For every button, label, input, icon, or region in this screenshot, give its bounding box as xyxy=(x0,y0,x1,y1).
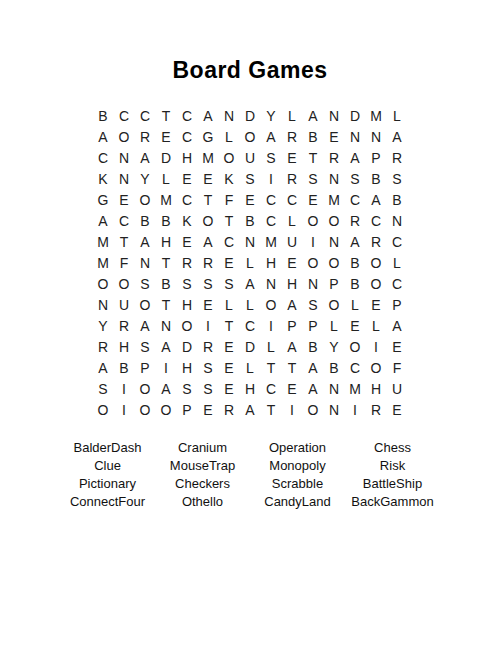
grid-cell[interactable]: H xyxy=(177,357,198,378)
grid-cell[interactable]: M xyxy=(93,252,114,273)
grid-cell[interactable]: B xyxy=(156,210,177,231)
word-item: Othello xyxy=(155,493,250,511)
grid-cell[interactable]: S xyxy=(240,168,261,189)
grid-cell[interactable]: A xyxy=(282,336,303,357)
grid-cell[interactable]: B xyxy=(135,210,156,231)
word-item: MouseTrap xyxy=(155,457,250,475)
grid-cell[interactable]: B xyxy=(345,252,366,273)
grid-cell[interactable]: C xyxy=(261,378,282,399)
grid-cell[interactable]: B xyxy=(324,357,345,378)
grid-cell[interactable]: B xyxy=(303,336,324,357)
grid-cell[interactable]: B xyxy=(156,273,177,294)
grid-cell[interactable]: S xyxy=(198,273,219,294)
grid-cell[interactable]: N xyxy=(219,105,240,126)
grid-cell[interactable]: K xyxy=(219,168,240,189)
grid-cell[interactable]: T xyxy=(198,189,219,210)
grid-cell[interactable]: A xyxy=(156,336,177,357)
grid-cell[interactable]: M xyxy=(261,231,282,252)
grid-cell[interactable]: P xyxy=(324,273,345,294)
grid-cell[interactable]: A xyxy=(303,105,324,126)
word-item: Cranium xyxy=(155,439,250,457)
grid-cell[interactable]: E xyxy=(114,189,135,210)
grid-cell[interactable]: B xyxy=(366,168,387,189)
grid-cell[interactable]: N xyxy=(93,294,114,315)
grid-cell[interactable]: E xyxy=(198,168,219,189)
grid-cell[interactable]: R xyxy=(114,315,135,336)
grid-cell[interactable]: D xyxy=(240,105,261,126)
grid-cell[interactable]: I xyxy=(114,378,135,399)
grid-cell[interactable]: H xyxy=(177,294,198,315)
grid-cell[interactable]: O xyxy=(324,252,345,273)
grid-cell[interactable]: A xyxy=(93,126,114,147)
grid-cell[interactable]: O xyxy=(114,126,135,147)
grid-cell[interactable]: A xyxy=(303,357,324,378)
grid-cell[interactable]: R xyxy=(345,210,366,231)
grid-cell[interactable]: F xyxy=(387,357,408,378)
grid-cell[interactable]: S xyxy=(387,168,408,189)
grid-cell[interactable]: C xyxy=(261,189,282,210)
grid-cell[interactable]: S xyxy=(198,378,219,399)
grid-cell[interactable]: A xyxy=(135,315,156,336)
grid-cell[interactable]: S xyxy=(303,168,324,189)
grid-cell[interactable]: L xyxy=(387,105,408,126)
grid-cell[interactable]: U xyxy=(282,231,303,252)
grid-cell[interactable]: I xyxy=(261,168,282,189)
grid-cell[interactable]: A xyxy=(261,126,282,147)
word-item: ConnectFour xyxy=(60,493,155,511)
grid-cell[interactable]: Y xyxy=(261,105,282,126)
grid-cell[interactable]: N xyxy=(114,168,135,189)
grid-cell[interactable]: O xyxy=(240,126,261,147)
grid-cell[interactable]: P xyxy=(366,147,387,168)
grid-cell[interactable]: R xyxy=(366,399,387,420)
grid-cell[interactable]: R xyxy=(387,147,408,168)
word-item: BackGammon xyxy=(345,493,440,511)
grid-cell[interactable]: C xyxy=(240,315,261,336)
grid-cell[interactable]: N xyxy=(345,126,366,147)
grid-cell[interactable]: E xyxy=(198,399,219,420)
grid-cell[interactable]: S xyxy=(177,273,198,294)
grid-cell[interactable]: I xyxy=(345,399,366,420)
grid-cell[interactable]: D xyxy=(345,105,366,126)
grid-cell[interactable]: D xyxy=(156,147,177,168)
word-item: Monopoly xyxy=(250,457,345,475)
grid-cell[interactable]: H xyxy=(366,378,387,399)
grid-cell[interactable]: O xyxy=(156,399,177,420)
grid-cell[interactable]: I xyxy=(261,315,282,336)
grid-cell[interactable]: M xyxy=(198,147,219,168)
grid-cell[interactable]: L xyxy=(261,336,282,357)
grid-cell[interactable]: R xyxy=(93,336,114,357)
grid-cell[interactable]: C xyxy=(177,189,198,210)
grid-cell[interactable]: I xyxy=(303,231,324,252)
grid-cell[interactable]: K xyxy=(93,168,114,189)
grid-cell[interactable]: E xyxy=(219,336,240,357)
grid-cell[interactable]: T xyxy=(282,357,303,378)
grid-cell[interactable]: S xyxy=(135,336,156,357)
grid-cell[interactable]: C xyxy=(366,210,387,231)
grid-cell[interactable]: C xyxy=(387,273,408,294)
grid-cell[interactable]: L xyxy=(387,252,408,273)
word-search-grid: BCCTCANDYLANDMLAORECGLOARBENNACNADHMOUSE… xyxy=(93,105,408,420)
puzzle-title: Board Games xyxy=(0,0,500,84)
word-item: Chess xyxy=(345,439,440,457)
grid-cell[interactable]: D xyxy=(240,336,261,357)
grid-cell[interactable]: S xyxy=(219,273,240,294)
grid-cell[interactable]: E xyxy=(177,231,198,252)
grid-cell[interactable]: F xyxy=(219,189,240,210)
grid-cell[interactable]: B xyxy=(345,273,366,294)
grid-cell[interactable]: O xyxy=(198,210,219,231)
word-item: Clue xyxy=(60,457,155,475)
grid-cell[interactable]: E xyxy=(240,189,261,210)
grid-cell[interactable]: C xyxy=(93,147,114,168)
word-item: Risk xyxy=(345,457,440,475)
grid-cell[interactable]: L xyxy=(324,315,345,336)
word-item: BalderDash xyxy=(60,439,155,457)
grid-cell[interactable]: O xyxy=(135,378,156,399)
grid-cell[interactable]: Y xyxy=(324,336,345,357)
grid-cell[interactable]: A xyxy=(303,378,324,399)
grid-cell[interactable]: O xyxy=(261,294,282,315)
grid-cell[interactable]: C xyxy=(114,210,135,231)
grid-cell[interactable]: C xyxy=(345,357,366,378)
grid-cell[interactable]: P xyxy=(387,294,408,315)
grid-cell[interactable]: E xyxy=(387,336,408,357)
grid-cell[interactable]: Y xyxy=(93,315,114,336)
grid-cell[interactable]: H xyxy=(282,273,303,294)
grid-cell[interactable]: N xyxy=(324,231,345,252)
grid-cell[interactable]: E xyxy=(282,147,303,168)
grid-cell[interactable]: N xyxy=(387,210,408,231)
grid-cell[interactable]: L xyxy=(282,210,303,231)
word-item: Operation xyxy=(250,439,345,457)
word-item: Scrabble xyxy=(250,475,345,493)
grid-cell[interactable]: R xyxy=(282,168,303,189)
grid-cell[interactable]: L xyxy=(240,252,261,273)
word-list: BalderDashCraniumOperationChessClueMouse… xyxy=(60,439,440,511)
grid-cell[interactable]: N xyxy=(303,273,324,294)
grid-cell[interactable]: D xyxy=(177,336,198,357)
grid-cell[interactable]: A xyxy=(93,210,114,231)
grid-cell[interactable]: O xyxy=(114,273,135,294)
grid-cell[interactable]: O xyxy=(177,315,198,336)
grid-cell[interactable]: R xyxy=(198,252,219,273)
grid-cell[interactable]: I xyxy=(114,399,135,420)
grid-cell[interactable]: B xyxy=(93,105,114,126)
grid-cell[interactable]: C xyxy=(114,105,135,126)
grid-cell[interactable]: E xyxy=(387,399,408,420)
grid-cell[interactable]: T xyxy=(156,294,177,315)
grid-cell[interactable]: A xyxy=(240,273,261,294)
grid-cell[interactable]: A xyxy=(282,294,303,315)
grid-cell[interactable]: A xyxy=(240,399,261,420)
grid-cell[interactable]: L xyxy=(282,105,303,126)
grid-cell[interactable]: L xyxy=(156,168,177,189)
grid-cell[interactable]: B xyxy=(114,357,135,378)
grid-cell[interactable]: T xyxy=(219,315,240,336)
grid-cell[interactable]: I xyxy=(198,315,219,336)
grid-cell[interactable]: C xyxy=(387,231,408,252)
grid-cell[interactable]: O xyxy=(366,252,387,273)
grid-cell[interactable]: O xyxy=(366,273,387,294)
grid-cell[interactable]: C xyxy=(219,231,240,252)
grid-cell[interactable]: Y xyxy=(135,168,156,189)
grid-cell[interactable]: N xyxy=(114,147,135,168)
grid-cell[interactable]: N xyxy=(261,273,282,294)
grid-cell[interactable]: H xyxy=(261,252,282,273)
grid-cell[interactable]: T xyxy=(261,357,282,378)
grid-cell[interactable]: O xyxy=(93,399,114,420)
grid-cell[interactable]: B xyxy=(303,126,324,147)
grid-cell[interactable]: E xyxy=(282,252,303,273)
grid-cell[interactable]: E xyxy=(219,378,240,399)
grid-cell[interactable]: A xyxy=(366,189,387,210)
grid-cell[interactable]: L xyxy=(345,294,366,315)
grid-cell[interactable]: L xyxy=(219,294,240,315)
grid-cell[interactable]: R xyxy=(324,147,345,168)
puzzle-page: Board Games BCCTCANDYLANDMLAORECGLOARBEN… xyxy=(0,0,500,647)
grid-cell[interactable]: C xyxy=(177,105,198,126)
grid-cell[interactable]: A xyxy=(93,357,114,378)
grid-cell[interactable]: R xyxy=(198,336,219,357)
grid-cell[interactable]: U xyxy=(240,147,261,168)
grid-cell[interactable]: N xyxy=(324,378,345,399)
grid-cell[interactable]: A xyxy=(387,126,408,147)
grid-cell[interactable]: R xyxy=(135,126,156,147)
grid-cell[interactable]: K xyxy=(177,210,198,231)
grid-cell[interactable]: R xyxy=(366,231,387,252)
grid-cell[interactable]: L xyxy=(366,315,387,336)
grid-cell[interactable]: L xyxy=(240,357,261,378)
grid-cell[interactable]: I xyxy=(282,399,303,420)
grid-cell[interactable]: R xyxy=(282,126,303,147)
grid-cell[interactable]: R xyxy=(177,252,198,273)
grid-cell[interactable]: L xyxy=(240,294,261,315)
grid-cell[interactable]: O xyxy=(345,336,366,357)
grid-cell[interactable]: S xyxy=(303,294,324,315)
grid-cell[interactable]: E xyxy=(177,168,198,189)
grid-cell[interactable]: S xyxy=(135,273,156,294)
grid-cell[interactable]: O xyxy=(135,294,156,315)
grid-cell[interactable]: M xyxy=(324,189,345,210)
grid-cell[interactable]: C xyxy=(135,105,156,126)
grid-cell[interactable]: E xyxy=(303,189,324,210)
word-item: Pictionary xyxy=(60,475,155,493)
grid-cell[interactable]: S xyxy=(345,168,366,189)
grid-cell[interactable]: O xyxy=(303,210,324,231)
grid-cell[interactable]: N xyxy=(366,126,387,147)
grid-cell[interactable]: M xyxy=(366,105,387,126)
grid-cell[interactable]: A xyxy=(198,105,219,126)
grid-cell[interactable]: T xyxy=(156,252,177,273)
grid-cell[interactable]: N xyxy=(240,231,261,252)
grid-cell[interactable]: S xyxy=(93,378,114,399)
grid-cell[interactable]: N xyxy=(324,105,345,126)
grid-cell[interactable]: U xyxy=(387,378,408,399)
grid-cell[interactable]: C xyxy=(261,210,282,231)
grid-cell[interactable]: H xyxy=(177,147,198,168)
grid-cell[interactable]: I xyxy=(156,357,177,378)
grid-cell[interactable]: B xyxy=(387,189,408,210)
grid-cell[interactable]: C xyxy=(345,189,366,210)
grid-cell[interactable]: C xyxy=(282,189,303,210)
grid-cell[interactable]: O xyxy=(219,147,240,168)
grid-cell[interactable]: H xyxy=(240,378,261,399)
word-item: BattleShip xyxy=(345,475,440,493)
word-item: Checkers xyxy=(155,475,250,493)
word-item: CandyLand xyxy=(250,493,345,511)
grid-cell[interactable]: S xyxy=(198,357,219,378)
grid-cell[interactable]: N xyxy=(156,315,177,336)
grid-cell[interactable]: U xyxy=(114,294,135,315)
grid-cell[interactable]: M xyxy=(156,189,177,210)
grid-cell[interactable]: H xyxy=(156,231,177,252)
grid-cell[interactable]: A xyxy=(345,231,366,252)
grid-cell[interactable]: E xyxy=(219,357,240,378)
grid-cell[interactable]: O xyxy=(135,189,156,210)
grid-cell[interactable]: O xyxy=(303,252,324,273)
grid-cell[interactable]: N xyxy=(135,252,156,273)
grid-cell[interactable]: A xyxy=(135,147,156,168)
grid-cell[interactable]: T xyxy=(261,399,282,420)
grid-cell[interactable]: B xyxy=(240,210,261,231)
grid-cell[interactable]: S xyxy=(177,378,198,399)
grid-cell[interactable]: A xyxy=(156,378,177,399)
grid-cell[interactable]: O xyxy=(324,210,345,231)
grid-cell[interactable]: E xyxy=(324,126,345,147)
grid-cell[interactable]: M xyxy=(345,378,366,399)
grid-cell[interactable]: O xyxy=(324,294,345,315)
grid-cell[interactable]: I xyxy=(366,336,387,357)
grid-cell[interactable]: N xyxy=(324,168,345,189)
grid-cell[interactable]: M xyxy=(93,231,114,252)
grid-cell[interactable]: H xyxy=(114,336,135,357)
grid-cell[interactable]: T xyxy=(303,147,324,168)
grid-cell[interactable]: A xyxy=(135,231,156,252)
grid-cell[interactable]: G xyxy=(93,189,114,210)
grid-cell[interactable]: O xyxy=(135,399,156,420)
grid-cell[interactable]: N xyxy=(324,399,345,420)
grid-cell[interactable]: S xyxy=(261,147,282,168)
grid-cell[interactable]: C xyxy=(177,126,198,147)
grid-cell[interactable]: G xyxy=(198,126,219,147)
grid-cell[interactable]: O xyxy=(366,357,387,378)
grid-cell[interactable]: P xyxy=(177,399,198,420)
grid-cell[interactable]: T xyxy=(219,210,240,231)
grid-cell[interactable]: E xyxy=(156,126,177,147)
grid-cell[interactable]: E xyxy=(198,294,219,315)
grid-cell[interactable]: L xyxy=(219,126,240,147)
grid-cell[interactable]: F xyxy=(114,252,135,273)
grid-cell[interactable]: O xyxy=(93,273,114,294)
grid-cell[interactable]: A xyxy=(198,231,219,252)
grid-cell[interactable]: P xyxy=(303,315,324,336)
grid-cell[interactable]: E xyxy=(366,294,387,315)
grid-cell[interactable]: E xyxy=(219,252,240,273)
grid-cell[interactable]: T xyxy=(156,105,177,126)
grid-cell[interactable]: E xyxy=(282,378,303,399)
grid-cell[interactable]: A xyxy=(345,147,366,168)
grid-cell[interactable]: P xyxy=(282,315,303,336)
grid-cell[interactable]: O xyxy=(303,399,324,420)
grid-cell[interactable]: A xyxy=(387,315,408,336)
grid-cell[interactable]: E xyxy=(345,315,366,336)
grid-cell[interactable]: P xyxy=(135,357,156,378)
grid-cell[interactable]: R xyxy=(219,399,240,420)
grid-cell[interactable]: T xyxy=(114,231,135,252)
